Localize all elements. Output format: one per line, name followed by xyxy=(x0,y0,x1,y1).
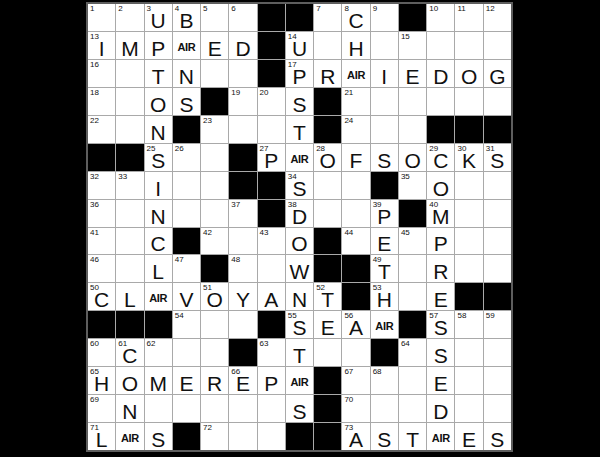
clue-number: 5 xyxy=(203,4,207,14)
cell-r14c15[interactable] xyxy=(484,367,511,394)
clue-number: 9 xyxy=(373,4,377,14)
cell-r6c15[interactable]: 31S xyxy=(484,144,511,171)
clue-number: 32 xyxy=(90,172,99,182)
cell-r11c8[interactable]: N xyxy=(286,283,313,310)
cell-r3c8[interactable]: 17P xyxy=(286,60,313,87)
cell-r15c4[interactable] xyxy=(173,395,200,422)
cell-r5c8[interactable]: T xyxy=(286,116,313,143)
cell-r7c9[interactable] xyxy=(314,172,341,199)
rebus-air-letter: AIR xyxy=(286,153,313,165)
cell-r5c11[interactable] xyxy=(371,116,398,143)
fill-letter: U xyxy=(286,37,313,60)
cell-r16c15[interactable]: S xyxy=(484,423,511,450)
cell-r11c2[interactable]: L xyxy=(116,283,143,310)
rebus-air-letter: AIR xyxy=(371,320,398,332)
cell-r8c2[interactable] xyxy=(116,200,143,227)
cell-r13c10[interactable] xyxy=(342,339,369,366)
cell-r4c13[interactable] xyxy=(427,88,454,115)
cell-r14c3[interactable]: M xyxy=(145,367,172,394)
cell-r9c1[interactable]: 41 xyxy=(88,228,115,255)
cell-r16c1[interactable]: 71L xyxy=(88,423,115,450)
fill-letter: P xyxy=(427,232,454,255)
cell-r9c2[interactable] xyxy=(116,228,143,255)
cell-r15c11[interactable] xyxy=(371,395,398,422)
cell-r13c9[interactable] xyxy=(314,339,341,366)
cell-r1c7 xyxy=(258,4,285,31)
cell-r15c5[interactable] xyxy=(201,395,228,422)
fill-letter: O xyxy=(314,149,341,172)
fill-letter: P xyxy=(145,37,172,60)
fill-letter: E xyxy=(427,372,454,395)
clue-number: 37 xyxy=(231,200,240,210)
fill-letter: D xyxy=(427,400,454,423)
clue-number: 6 xyxy=(231,4,235,14)
cell-r1c5[interactable]: 5 xyxy=(201,4,228,31)
cell-r12c5[interactable] xyxy=(201,311,228,338)
cell-r8c12 xyxy=(399,200,426,227)
cell-r15c1[interactable]: 69 xyxy=(88,395,115,422)
clue-number: 20 xyxy=(260,88,269,98)
fill-letter: R xyxy=(314,65,341,88)
cell-r10c11[interactable]: 49T xyxy=(371,255,398,282)
cell-r4c2[interactable] xyxy=(116,88,143,115)
cell-r16c10[interactable]: 73A xyxy=(342,423,369,450)
fill-letter: O xyxy=(116,372,143,395)
cell-r14c1[interactable]: 65H xyxy=(88,367,115,394)
cell-r16c3[interactable]: S xyxy=(145,423,172,450)
cell-r15c12[interactable] xyxy=(399,395,426,422)
cell-r16c11[interactable]: S xyxy=(371,423,398,450)
cell-r6c13[interactable]: 29C xyxy=(427,144,454,171)
cell-r3c11[interactable]: I xyxy=(371,60,398,87)
cell-r11c13[interactable]: E xyxy=(427,283,454,310)
fill-letter: C xyxy=(427,149,454,172)
fill-letter: C xyxy=(116,344,143,367)
cell-r4c5 xyxy=(201,88,228,115)
cell-r2c3[interactable]: P xyxy=(145,32,172,59)
cell-r1c2[interactable]: 2 xyxy=(116,4,143,31)
cell-r16c6[interactable] xyxy=(229,423,256,450)
fill-letter: I xyxy=(145,177,172,200)
cell-r2c8[interactable]: 14U xyxy=(286,32,313,59)
cell-r5c2[interactable] xyxy=(116,116,143,143)
cell-r5c3[interactable]: N xyxy=(145,116,172,143)
clue-number: 24 xyxy=(344,116,353,126)
fill-letter: T xyxy=(145,65,172,88)
cell-r10c2[interactable] xyxy=(116,255,143,282)
clue-number: 72 xyxy=(203,423,212,433)
cell-r7c2[interactable]: 33 xyxy=(116,172,143,199)
cell-r11c5[interactable]: 51O xyxy=(201,283,228,310)
clue-number: 60 xyxy=(90,339,99,349)
cell-r11c12[interactable] xyxy=(399,283,426,310)
cell-r15c7[interactable] xyxy=(258,395,285,422)
cell-r1c12 xyxy=(399,4,426,31)
cell-r4c1[interactable]: 18 xyxy=(88,88,115,115)
cell-r4c6[interactable]: 19 xyxy=(229,88,256,115)
clue-number: 11 xyxy=(457,4,465,14)
cell-r3c15[interactable]: G xyxy=(484,60,511,87)
cell-r9c13[interactable]: P xyxy=(427,228,454,255)
cell-r8c6[interactable]: 37 xyxy=(229,200,256,227)
fill-letter: A xyxy=(258,288,285,311)
clue-number: 43 xyxy=(260,228,269,238)
cell-r9c6[interactable] xyxy=(229,228,256,255)
cell-r13c7[interactable]: 63 xyxy=(258,339,285,366)
cell-r1c4[interactable]: 4B xyxy=(173,4,200,31)
cell-r16c5[interactable]: 72 xyxy=(201,423,228,450)
clue-number: 68 xyxy=(373,367,382,377)
cell-r14c9 xyxy=(314,367,341,394)
cell-r4c11[interactable] xyxy=(371,88,398,115)
cell-r7c4[interactable] xyxy=(173,172,200,199)
fill-letter: S xyxy=(484,149,511,172)
cell-r5c7[interactable] xyxy=(258,116,285,143)
fill-letter: V xyxy=(173,288,200,311)
cell-r4c4[interactable]: S xyxy=(173,88,200,115)
fill-letter: I xyxy=(88,37,115,60)
cell-r8c11[interactable]: 39P xyxy=(371,200,398,227)
cell-r10c13[interactable]: R xyxy=(427,255,454,282)
fill-letter: E xyxy=(173,372,200,395)
cell-r2c12[interactable]: 15 xyxy=(399,32,426,59)
cell-r3c3[interactable]: T xyxy=(145,60,172,87)
cell-r3c2[interactable] xyxy=(116,60,143,87)
cell-r12c13[interactable]: 57S xyxy=(427,311,454,338)
cell-r1c6[interactable]: 6 xyxy=(229,4,256,31)
fill-letter: W xyxy=(286,260,313,283)
cell-r10c1[interactable]: 46 xyxy=(88,255,115,282)
cell-r2c14[interactable] xyxy=(455,32,482,59)
cell-r12c12 xyxy=(399,311,426,338)
cell-r10c4[interactable]: 47 xyxy=(173,255,200,282)
cell-r8c9[interactable] xyxy=(314,200,341,227)
fill-letter: K xyxy=(455,149,482,172)
cell-r6c12[interactable]: O xyxy=(399,144,426,171)
cell-r14c14[interactable] xyxy=(455,367,482,394)
cell-r14c7[interactable]: P xyxy=(258,367,285,394)
fill-letter: N xyxy=(145,121,172,144)
cell-r13c1[interactable]: 60 xyxy=(88,339,115,366)
cell-r14c4[interactable]: E xyxy=(173,367,200,394)
rebus-air-letter: AIR xyxy=(286,376,313,388)
cell-r12c8[interactable]: 55S xyxy=(286,311,313,338)
cell-r15c13[interactable]: D xyxy=(427,395,454,422)
cell-r8c15[interactable] xyxy=(484,200,511,227)
cell-r12c4[interactable]: 54 xyxy=(173,311,200,338)
clue-number: 67 xyxy=(344,367,353,377)
clue-number: 69 xyxy=(90,395,99,405)
cell-r9c8[interactable]: O xyxy=(286,228,313,255)
cell-r12c2 xyxy=(116,311,143,338)
clue-number: 23 xyxy=(203,116,212,126)
cell-r3c6[interactable] xyxy=(229,60,256,87)
rebus-air-letter: AIR xyxy=(342,69,369,81)
cell-r8c13[interactable]: 40M xyxy=(427,200,454,227)
fill-letter: T xyxy=(399,428,426,451)
cell-r3c4[interactable]: N xyxy=(173,60,200,87)
cell-r7c3[interactable]: I xyxy=(145,172,172,199)
fill-letter: P xyxy=(258,372,285,395)
cell-r8c4[interactable] xyxy=(173,200,200,227)
cell-r2c13[interactable] xyxy=(427,32,454,59)
fill-letter: P xyxy=(286,65,313,88)
fill-letter: M xyxy=(145,372,172,395)
cell-r13c4[interactable] xyxy=(173,339,200,366)
cell-r3c13[interactable]: D xyxy=(427,60,454,87)
cell-r13c2[interactable]: 61C xyxy=(116,339,143,366)
cell-r3c10[interactable]: AIR xyxy=(342,60,369,87)
cell-r6c11[interactable]: S xyxy=(371,144,398,171)
cell-r10c3[interactable]: L xyxy=(145,255,172,282)
cell-r7c14[interactable] xyxy=(455,172,482,199)
cell-r4c12[interactable] xyxy=(399,88,426,115)
cell-r6c9[interactable]: 28O xyxy=(314,144,341,171)
cell-r7c5[interactable] xyxy=(201,172,228,199)
cell-r12c14[interactable]: 58 xyxy=(455,311,482,338)
cell-r13c12[interactable]: 64 xyxy=(399,339,426,366)
cell-r6c8[interactable]: AIR xyxy=(286,144,313,171)
cell-r11c6[interactable]: Y xyxy=(229,283,256,310)
cell-r13c15[interactable] xyxy=(484,339,511,366)
cell-r8c5[interactable] xyxy=(201,200,228,227)
cell-r7c12[interactable]: 35 xyxy=(399,172,426,199)
cell-r6c10[interactable]: F xyxy=(342,144,369,171)
fill-letter: S xyxy=(173,93,200,116)
cell-r14c10[interactable]: 67 xyxy=(342,367,369,394)
clue-number: 48 xyxy=(231,255,240,265)
cell-r15c2[interactable]: N xyxy=(116,395,143,422)
cell-r16c2[interactable]: AIR xyxy=(116,423,143,450)
cell-r15c8[interactable]: S xyxy=(286,395,313,422)
cell-r12c11[interactable]: AIR xyxy=(371,311,398,338)
fill-letter: N xyxy=(145,205,172,228)
cell-r8c10[interactable] xyxy=(342,200,369,227)
cell-r3c14[interactable]: O xyxy=(455,60,482,87)
cell-r6c2 xyxy=(116,144,143,171)
fill-letter: T xyxy=(286,344,313,367)
cell-r5c5[interactable]: 23 xyxy=(201,116,228,143)
cell-r14c8[interactable]: AIR xyxy=(286,367,313,394)
cell-r8c7 xyxy=(258,200,285,227)
clue-number: 15 xyxy=(401,32,410,42)
fill-letter: U xyxy=(145,9,172,32)
cell-r1c9[interactable]: 7 xyxy=(314,4,341,31)
cell-r10c12[interactable] xyxy=(399,255,426,282)
cell-r15c3[interactable] xyxy=(145,395,172,422)
cell-r16c14[interactable]: E xyxy=(455,423,482,450)
fill-letter: S xyxy=(427,344,454,367)
cell-r12c9[interactable]: E xyxy=(314,311,341,338)
cell-r6c14[interactable]: 30K xyxy=(455,144,482,171)
fill-letter: L xyxy=(88,428,115,451)
cell-r13c3[interactable]: 62 xyxy=(145,339,172,366)
fill-letter: N xyxy=(286,288,313,311)
cell-r13c14[interactable] xyxy=(455,339,482,366)
clue-number: 45 xyxy=(401,228,410,238)
cell-r16c8 xyxy=(286,423,313,450)
cell-r2c11[interactable] xyxy=(371,32,398,59)
crossword-grid: 123U4B5678C910111213IMPAIRED14UH1516TN17… xyxy=(86,2,513,452)
cell-r3c7 xyxy=(258,60,285,87)
cell-r10c6[interactable]: 48 xyxy=(229,255,256,282)
cell-r9c3[interactable]: C xyxy=(145,228,172,255)
cell-r15c10[interactable]: 70 xyxy=(342,395,369,422)
cell-r7c11 xyxy=(371,172,398,199)
cell-r6c4[interactable]: 26 xyxy=(173,144,200,171)
fill-letter: Y xyxy=(229,288,256,311)
cell-r9c7[interactable]: 43 xyxy=(258,228,285,255)
cell-r2c5[interactable]: E xyxy=(201,32,228,59)
cell-r7c13[interactable]: O xyxy=(427,172,454,199)
cell-r10c8[interactable]: W xyxy=(286,255,313,282)
cell-r11c9[interactable]: 52T xyxy=(314,283,341,310)
cell-r8c3[interactable]: N xyxy=(145,200,172,227)
cell-r5c1[interactable]: 22 xyxy=(88,116,115,143)
clue-number: 58 xyxy=(457,311,466,321)
cell-r11c1[interactable]: 50C xyxy=(88,283,115,310)
fill-letter: E xyxy=(229,372,256,395)
cell-r14c5[interactable]: R xyxy=(201,367,228,394)
cell-r15c14[interactable] xyxy=(455,395,482,422)
cell-r4c3[interactable]: O xyxy=(145,88,172,115)
clue-number: 46 xyxy=(90,255,99,265)
cell-r13c11 xyxy=(371,339,398,366)
cell-r2c4[interactable]: AIR xyxy=(173,32,200,59)
cell-r3c1[interactable]: 16 xyxy=(88,60,115,87)
cell-r4c8[interactable]: S xyxy=(286,88,313,115)
cell-r2c9[interactable] xyxy=(314,32,341,59)
fill-letter: I xyxy=(371,65,398,88)
cell-r1c1[interactable]: 1 xyxy=(88,4,115,31)
cell-r14c2[interactable]: O xyxy=(116,367,143,394)
cell-r4c10[interactable]: 21 xyxy=(342,88,369,115)
cell-r16c13[interactable]: AIR xyxy=(427,423,454,450)
cell-r13c8[interactable]: T xyxy=(286,339,313,366)
cell-r13c13[interactable]: S xyxy=(427,339,454,366)
clue-number: 18 xyxy=(90,88,99,98)
fill-letter: S xyxy=(427,316,454,339)
cell-r5c10[interactable]: 24 xyxy=(342,116,369,143)
clue-number: 33 xyxy=(118,172,127,182)
cell-r4c14[interactable] xyxy=(455,88,482,115)
cell-r12c7 xyxy=(258,311,285,338)
fill-letter: S xyxy=(371,428,398,451)
cell-r5c14 xyxy=(455,116,482,143)
cell-r7c15[interactable] xyxy=(484,172,511,199)
cell-r3c5[interactable] xyxy=(201,60,228,87)
fill-letter: O xyxy=(399,149,426,172)
fill-letter: T xyxy=(371,260,398,283)
cell-r15c15[interactable] xyxy=(484,395,511,422)
fill-letter: H xyxy=(88,372,115,395)
cell-r12c10[interactable]: 56A xyxy=(342,311,369,338)
cell-r14c12[interactable] xyxy=(399,367,426,394)
clue-number: 47 xyxy=(175,255,184,265)
cell-r2c10[interactable]: H xyxy=(342,32,369,59)
cell-r5c12[interactable] xyxy=(399,116,426,143)
clue-number: 19 xyxy=(231,88,240,98)
fill-letter: F xyxy=(342,149,369,172)
cell-r12c6[interactable] xyxy=(229,311,256,338)
cell-r8c8[interactable]: 38D xyxy=(286,200,313,227)
cell-r1c10[interactable]: 8C xyxy=(342,4,369,31)
cell-r10c15[interactable] xyxy=(484,255,511,282)
cell-r11c14 xyxy=(455,283,482,310)
cell-r6c3[interactable]: 25S xyxy=(145,144,172,171)
clue-number: 12 xyxy=(486,4,495,14)
cell-r8c14[interactable] xyxy=(455,200,482,227)
cell-r1c13[interactable]: 10 xyxy=(427,4,454,31)
cell-r12c1 xyxy=(88,311,115,338)
cell-r7c8[interactable]: 34S xyxy=(286,172,313,199)
cell-r10c10 xyxy=(342,255,369,282)
cell-r7c10[interactable] xyxy=(342,172,369,199)
cell-r11c11[interactable]: 53H xyxy=(371,283,398,310)
cell-r4c7[interactable]: 20 xyxy=(258,88,285,115)
cell-r5c6[interactable] xyxy=(229,116,256,143)
cell-r2c6[interactable]: D xyxy=(229,32,256,59)
cell-r10c7[interactable] xyxy=(258,255,285,282)
cell-r3c9[interactable]: R xyxy=(314,60,341,87)
cell-r2c15[interactable] xyxy=(484,32,511,59)
cell-r11c7[interactable]: A xyxy=(258,283,285,310)
fill-letter: S xyxy=(286,93,313,116)
cell-r9c14[interactable] xyxy=(455,228,482,255)
cell-r8c1[interactable]: 36 xyxy=(88,200,115,227)
cell-r16c7[interactable] xyxy=(258,423,285,450)
fill-letter: S xyxy=(286,177,313,200)
cell-r15c6[interactable] xyxy=(229,395,256,422)
cell-r13c5[interactable] xyxy=(201,339,228,366)
cell-r14c6[interactable]: 66E xyxy=(229,367,256,394)
fill-letter: S xyxy=(286,400,313,423)
cell-r14c13[interactable]: E xyxy=(427,367,454,394)
fill-letter: S xyxy=(145,428,172,451)
cell-r10c14[interactable] xyxy=(455,255,482,282)
cell-r6c7[interactable]: 27P xyxy=(258,144,285,171)
cell-r9c10[interactable]: 44 xyxy=(342,228,369,255)
cell-r11c3[interactable]: AIR xyxy=(145,283,172,310)
cell-r16c12[interactable]: T xyxy=(399,423,426,450)
fill-letter: A xyxy=(342,428,369,451)
cell-r1c14[interactable]: 11 xyxy=(455,4,482,31)
cell-r1c15[interactable]: 12 xyxy=(484,4,511,31)
cell-r9c5[interactable]: 42 xyxy=(201,228,228,255)
cell-r2c2[interactable]: M xyxy=(116,32,143,59)
cell-r9c15[interactable] xyxy=(484,228,511,255)
cell-r11c4[interactable]: V xyxy=(173,283,200,310)
clue-number: 7 xyxy=(316,4,320,14)
cell-r9c12[interactable]: 45 xyxy=(399,228,426,255)
cell-r7c6 xyxy=(229,172,256,199)
cell-r5c13 xyxy=(427,116,454,143)
cell-r14c11[interactable]: 68 xyxy=(371,367,398,394)
cell-r2c1[interactable]: 13I xyxy=(88,32,115,59)
cell-r4c9 xyxy=(314,88,341,115)
cell-r12c15[interactable]: 59 xyxy=(484,311,511,338)
cell-r9c11[interactable]: E xyxy=(371,228,398,255)
cell-r7c1[interactable]: 32 xyxy=(88,172,115,199)
cell-r1c11[interactable]: 9 xyxy=(371,4,398,31)
cell-r6c5[interactable] xyxy=(201,144,228,171)
cell-r11c10 xyxy=(342,283,369,310)
fill-letter: E xyxy=(314,316,341,339)
cell-r1c3[interactable]: 3U xyxy=(145,4,172,31)
cell-r3c12[interactable]: E xyxy=(399,60,426,87)
fill-letter: C xyxy=(88,288,115,311)
cell-r4c15[interactable] xyxy=(484,88,511,115)
